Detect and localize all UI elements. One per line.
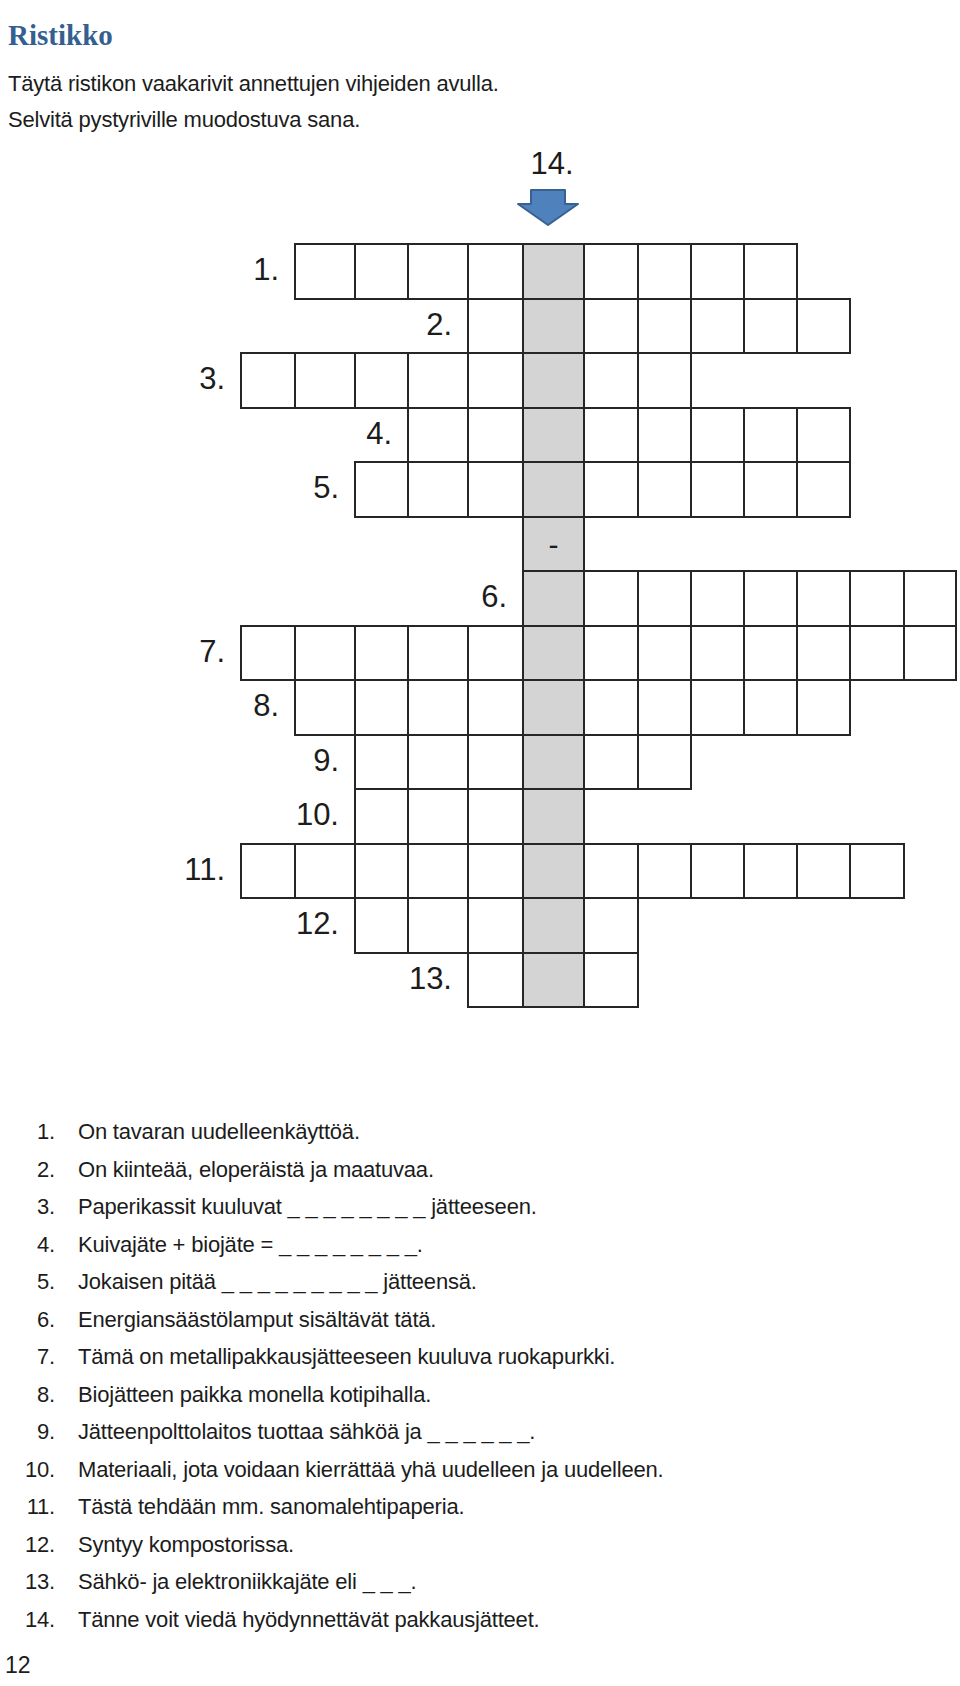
clue-number: 11.	[0, 1488, 78, 1526]
grid-cell[interactable]	[354, 461, 409, 518]
grid-cell[interactable]	[583, 298, 639, 355]
grid-cell-highlight[interactable]	[522, 679, 585, 736]
grid-cell[interactable]	[637, 679, 692, 736]
clue-item: 6.Energiansäästölamput sisältävät tätä.	[0, 1301, 960, 1339]
grid-cell[interactable]	[467, 734, 524, 791]
grid-cell[interactable]	[354, 625, 409, 682]
grid-cell[interactable]	[354, 843, 409, 900]
grid-cell[interactable]	[796, 625, 851, 682]
grid-cell[interactable]	[407, 734, 469, 791]
clue-text: Paperikassit kuuluvat _ _ _ _ _ _ _ _ jä…	[78, 1194, 537, 1219]
clue-item: 8.Biojätteen paikka monella kotipihalla.	[0, 1376, 960, 1414]
grid-cell[interactable]	[467, 298, 524, 355]
grid-cell[interactable]	[690, 407, 745, 464]
page-title: Ristikko	[8, 19, 113, 52]
clue-text: Syntyy kompostorissa.	[78, 1532, 294, 1557]
clue-text: Materiaali, jota voidaan kierrättää yhä …	[78, 1457, 663, 1482]
clue-number: 3.	[0, 1188, 78, 1226]
clue-text: Tästä tehdään mm. sanomalehtipaperia.	[78, 1494, 464, 1519]
grid-cell[interactable]	[240, 843, 296, 900]
grid-cell[interactable]	[743, 570, 798, 627]
clue-text: Energiansäästölamput sisältävät tätä.	[78, 1307, 436, 1332]
grid-cell[interactable]	[294, 843, 356, 900]
clue-text: Jokaisen pitää _ _ _ _ _ _ _ _ _ jätteen…	[78, 1269, 477, 1294]
clue-text: Tämä on metallipakkausjätteeseen kuuluva…	[78, 1344, 615, 1369]
clue-item: 14.Tänne voit viedä hyödynnettävät pakka…	[0, 1601, 960, 1639]
clue-number: 14.	[0, 1601, 78, 1639]
instructions: Täytä ristikon vaakarivit annettujen vih…	[8, 66, 499, 138]
grid-cell[interactable]	[240, 352, 296, 409]
vertical-clue-number: 14.	[517, 146, 587, 182]
grid-cell[interactable]	[583, 679, 639, 736]
grid-cell[interactable]	[294, 243, 356, 300]
row-label: 8.	[199, 679, 279, 734]
grid-cell[interactable]	[743, 243, 798, 300]
clue-list: 1.On tavaran uudelleenkäyttöä.2.On kiint…	[0, 1113, 960, 1638]
grid-cell[interactable]	[796, 461, 851, 518]
grid-cell-highlight[interactable]	[522, 570, 585, 627]
grid-cell[interactable]	[354, 788, 409, 845]
grid-cell[interactable]	[849, 843, 905, 900]
clue-number: 13.	[0, 1563, 78, 1601]
grid-cell[interactable]	[690, 843, 745, 900]
clue-text: Sähkö- ja elektroniikkajäte eli _ _ _.	[78, 1569, 416, 1594]
clue-item: 2.On kiinteää, eloperäistä ja maatuvaa.	[0, 1151, 960, 1189]
grid-cell[interactable]	[690, 625, 745, 682]
grid-cell[interactable]	[637, 625, 692, 682]
clue-number: 1.	[0, 1113, 78, 1151]
grid-cell[interactable]	[796, 570, 851, 627]
clue-text: On kiinteää, eloperäistä ja maatuvaa.	[78, 1157, 434, 1182]
grid-cell[interactable]	[467, 679, 524, 736]
grid-cell-highlight[interactable]	[522, 788, 585, 845]
down-arrow-shape	[518, 190, 578, 225]
clue-number: 9.	[0, 1413, 78, 1451]
clue-number: 6.	[0, 1301, 78, 1339]
grid-cell[interactable]	[294, 352, 356, 409]
grid-cell[interactable]	[637, 407, 692, 464]
grid-cell[interactable]	[690, 570, 745, 627]
clue-number: 10.	[0, 1451, 78, 1489]
grid-cell[interactable]	[637, 298, 692, 355]
grid-cell-highlight[interactable]	[522, 734, 585, 791]
clue-number: 7.	[0, 1338, 78, 1376]
row-label: 2.	[372, 298, 452, 353]
grid-cell[interactable]	[583, 352, 639, 409]
grid-cell[interactable]	[294, 679, 356, 736]
clue-text: Jätteenpolttolaitos tuottaa sähköä ja _ …	[78, 1419, 535, 1444]
clue-number: 8.	[0, 1376, 78, 1414]
grid-cell[interactable]	[583, 407, 639, 464]
grid-cell[interactable]	[583, 243, 639, 300]
grid-cell[interactable]	[407, 461, 469, 518]
grid-cell[interactable]	[407, 352, 469, 409]
grid-cell[interactable]	[690, 461, 745, 518]
grid-cell[interactable]	[849, 625, 905, 682]
grid-cell-highlight[interactable]	[522, 243, 585, 300]
clue-item: 7.Tämä on metallipakkausjätteeseen kuulu…	[0, 1338, 960, 1376]
clue-item: 12.Syntyy kompostorissa.	[0, 1526, 960, 1564]
grid-cell[interactable]	[796, 298, 851, 355]
grid-cell[interactable]	[637, 734, 692, 791]
grid-cell[interactable]	[796, 407, 851, 464]
clue-item: 5.Jokaisen pitää _ _ _ _ _ _ _ _ _ jätte…	[0, 1263, 960, 1301]
page-number: 12	[5, 1652, 31, 1679]
grid-cell[interactable]	[743, 625, 798, 682]
grid-cell[interactable]	[467, 407, 524, 464]
grid-cell[interactable]	[743, 298, 798, 355]
grid-cell[interactable]	[743, 843, 798, 900]
grid-cell[interactable]	[637, 570, 692, 627]
grid-cell[interactable]	[796, 679, 851, 736]
grid-cell[interactable]	[407, 897, 469, 954]
grid-cell[interactable]	[354, 679, 409, 736]
clue-number: 12.	[0, 1526, 78, 1564]
grid-cell[interactable]	[240, 625, 296, 682]
row-label: 3.	[145, 352, 225, 407]
clue-item: 1.On tavaran uudelleenkäyttöä.	[0, 1113, 960, 1151]
grid-cell[interactable]	[407, 243, 469, 300]
grid-cell[interactable]	[407, 625, 469, 682]
clue-item: 3.Paperikassit kuuluvat _ _ _ _ _ _ _ _ …	[0, 1188, 960, 1226]
grid-cell[interactable]	[583, 897, 639, 954]
grid-cell[interactable]	[637, 461, 692, 518]
grid-cell[interactable]	[467, 243, 524, 300]
grid-cell[interactable]	[354, 243, 409, 300]
grid-cell-highlight[interactable]	[522, 298, 585, 355]
grid-cell[interactable]	[637, 352, 692, 409]
grid-cell[interactable]	[467, 625, 524, 682]
clue-number: 4.	[0, 1226, 78, 1264]
clue-item: 9.Jätteenpolttolaitos tuottaa sähköä ja …	[0, 1413, 960, 1451]
grid-cell[interactable]	[354, 352, 409, 409]
grid-cell-highlight[interactable]	[522, 407, 585, 464]
clue-item: 11.Tästä tehdään mm. sanomalehtipaperia.	[0, 1488, 960, 1526]
grid-cell-highlight[interactable]	[522, 625, 585, 682]
grid-cell[interactable]	[407, 843, 469, 900]
clue-number: 5.	[0, 1263, 78, 1301]
hyphen-cell: -	[522, 516, 585, 573]
row-label: 1.	[199, 243, 279, 298]
down-arrow-icon	[517, 189, 579, 226]
grid-cell-highlight[interactable]	[522, 952, 585, 1009]
clue-text: On tavaran uudelleenkäyttöä.	[78, 1119, 360, 1144]
row-label: 12.	[259, 897, 339, 952]
clue-item: 4.Kuivajäte + biojäte = _ _ _ _ _ _ _ _.	[0, 1226, 960, 1264]
grid-cell[interactable]	[903, 570, 957, 627]
clue-item: 10.Materiaali, jota voidaan kierrättää y…	[0, 1451, 960, 1489]
grid-cell[interactable]	[467, 352, 524, 409]
row-label: 13.	[372, 952, 452, 1007]
row-label: 7.	[145, 625, 225, 680]
grid-cell[interactable]	[467, 952, 524, 1009]
grid-cell[interactable]	[743, 679, 798, 736]
clue-number: 2.	[0, 1151, 78, 1189]
clue-text: Biojätteen paikka monella kotipihalla.	[78, 1382, 431, 1407]
grid-cell[interactable]	[407, 679, 469, 736]
grid-cell[interactable]	[467, 788, 524, 845]
grid-cell[interactable]	[743, 407, 798, 464]
grid-cell[interactable]	[583, 843, 639, 900]
grid-cell[interactable]	[583, 734, 639, 791]
grid-cell[interactable]	[354, 897, 409, 954]
grid-cell[interactable]	[903, 625, 957, 682]
grid-cell-highlight[interactable]	[522, 352, 585, 409]
row-label: 11.	[145, 843, 225, 898]
instruction-line: Selvitä pystyriville muodostuva sana.	[8, 102, 499, 138]
grid-cell[interactable]	[690, 298, 745, 355]
grid-cell[interactable]	[796, 843, 851, 900]
grid-cell[interactable]	[467, 461, 524, 518]
grid-cell[interactable]	[849, 570, 905, 627]
grid-cell[interactable]	[354, 734, 409, 791]
grid-cell[interactable]	[583, 570, 639, 627]
grid-cell-highlight[interactable]	[522, 461, 585, 518]
clue-text: Tänne voit viedä hyödynnettävät pakkausj…	[78, 1607, 539, 1632]
row-label: 9.	[259, 734, 339, 789]
grid-cell-highlight[interactable]	[522, 897, 585, 954]
grid-cell[interactable]	[637, 843, 692, 900]
grid-cell[interactable]	[407, 407, 469, 464]
grid-cell[interactable]	[690, 243, 745, 300]
grid-cell[interactable]	[294, 625, 356, 682]
grid-cell-highlight[interactable]	[522, 843, 585, 900]
grid-cell[interactable]	[637, 243, 692, 300]
grid-cell[interactable]	[583, 952, 639, 1009]
clue-text: Kuivajäte + biojäte = _ _ _ _ _ _ _ _.	[78, 1232, 423, 1257]
grid-cell[interactable]	[467, 843, 524, 900]
row-label: 6.	[427, 570, 507, 625]
grid-cell[interactable]	[690, 679, 745, 736]
instruction-line: Täytä ristikon vaakarivit annettujen vih…	[8, 66, 499, 102]
grid-cell[interactable]	[407, 788, 469, 845]
clue-item: 13.Sähkö- ja elektroniikkajäte eli _ _ _…	[0, 1563, 960, 1601]
grid-cell[interactable]	[743, 461, 798, 518]
grid-cell[interactable]	[583, 461, 639, 518]
grid-cell[interactable]	[583, 625, 639, 682]
row-label: 10.	[259, 788, 339, 843]
row-label: 4.	[312, 407, 392, 462]
grid-cell[interactable]	[467, 897, 524, 954]
row-label: 5.	[259, 461, 339, 516]
